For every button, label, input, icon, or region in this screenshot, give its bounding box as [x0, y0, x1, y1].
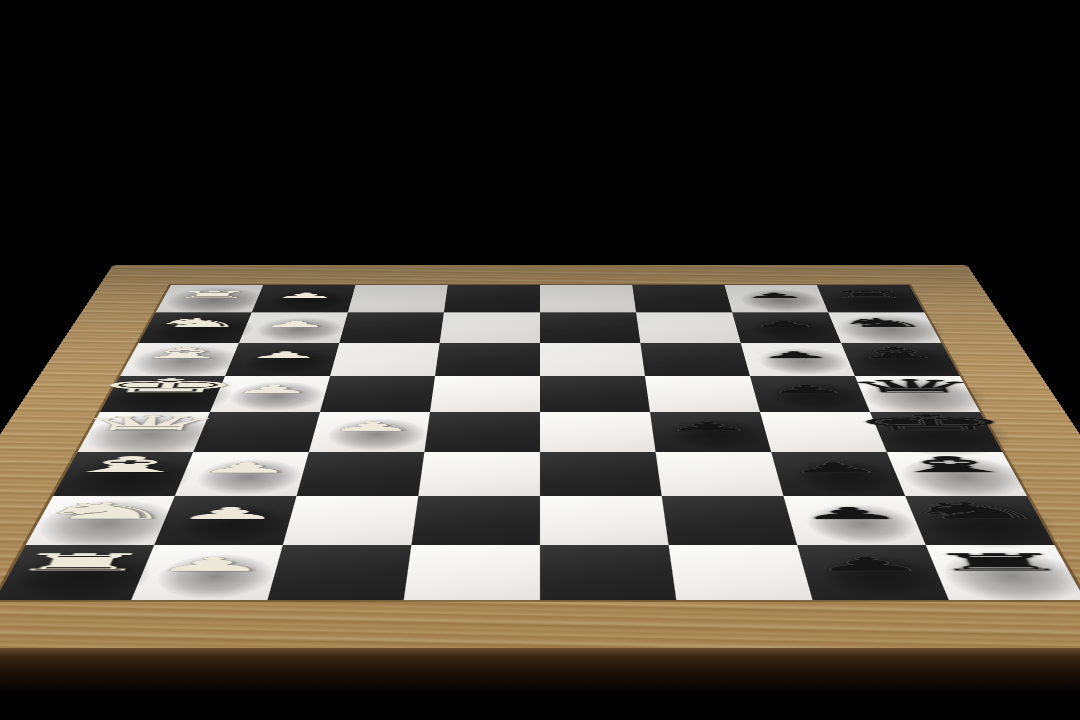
square-c5 [540, 452, 662, 496]
square-b6 [662, 496, 797, 545]
black-bishop-glyph: ♝ [833, 346, 960, 361]
square-d5 [540, 412, 656, 452]
square-g4 [440, 312, 540, 342]
square-f4 [435, 343, 540, 376]
black-queen-glyph: ♛ [838, 377, 988, 395]
black-pawn-glyph: ♟ [741, 292, 808, 299]
square-f3 [330, 343, 440, 376]
3d-scene: ♜♞♝♛♚♝♞♜♟♟♟♟♟♟♟♟♜♞♝♚♛♝♞♜♟♟♟♟♟♟♟♟ [0, 0, 1080, 720]
square-b3 [283, 496, 418, 545]
square-e3 [320, 376, 435, 412]
square-h6 [632, 285, 732, 313]
square-b8 [905, 496, 1054, 545]
square-d3 [309, 412, 430, 452]
square-b5 [540, 496, 669, 545]
white-rook-glyph: ♜ [169, 290, 254, 299]
white-pawn-glyph: ♟ [245, 350, 325, 359]
square-c7 [771, 452, 905, 496]
black-knight-glyph: ♞ [829, 317, 934, 329]
chess-render-stage: ♜♞♝♛♚♝♞♜♟♟♟♟♟♟♟♟♜♞♝♚♛♝♞♜♟♟♟♟♟♟♟♟ [0, 0, 1080, 720]
square-c6 [656, 452, 784, 496]
square-e4 [430, 376, 540, 412]
square-c4 [418, 452, 540, 496]
square-a6 [669, 545, 813, 600]
white-pawn-glyph: ♟ [229, 384, 316, 395]
white-knight-glyph: ♞ [146, 317, 251, 329]
square-a3 [267, 545, 411, 600]
square-b4 [411, 496, 540, 545]
square-g6 [636, 312, 741, 342]
white-king-glyph: ♚ [88, 376, 246, 395]
square-b2 [154, 496, 296, 545]
square-f6 [640, 343, 750, 376]
white-pawn-glyph: ♟ [259, 320, 332, 328]
square-a2 [131, 545, 283, 600]
square-c3 [297, 452, 425, 496]
square-f5 [540, 343, 645, 376]
square-c8 [887, 452, 1027, 496]
white-bishop-glyph: ♝ [120, 346, 247, 361]
square-b7 [783, 496, 925, 545]
board-wood-side-face [0, 648, 1080, 690]
square-e6 [645, 376, 760, 412]
square-e5 [540, 376, 650, 412]
square-c1 [53, 452, 193, 496]
square-a5 [540, 545, 676, 600]
square-a1 [0, 545, 154, 600]
square-g3 [339, 312, 444, 342]
square-h3 [348, 285, 448, 313]
square-d6 [650, 412, 771, 452]
square-a4 [404, 545, 540, 600]
white-pawn-glyph: ♟ [272, 292, 339, 299]
square-d4 [424, 412, 540, 452]
square-g5 [540, 312, 640, 342]
black-rook-glyph: ♜ [825, 290, 910, 299]
square-c2 [175, 452, 309, 496]
black-pawn-glyph: ♟ [764, 384, 851, 395]
black-pawn-glyph: ♟ [755, 350, 835, 359]
black-pawn-glyph: ♟ [748, 320, 821, 328]
square-a7 [797, 545, 949, 600]
square-b1 [26, 496, 175, 545]
chess-board: ♜♞♝♛♚♝♞♜♟♟♟♟♟♟♟♟♜♞♝♚♛♝♞♜♟♟♟♟♟♟♟♟ [0, 265, 1080, 648]
square-h4 [444, 285, 540, 313]
square-a8 [926, 545, 1080, 600]
square-h5 [540, 285, 636, 313]
